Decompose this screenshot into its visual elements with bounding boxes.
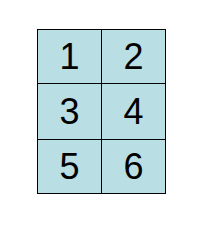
grid-cell-r3c1[interactable]: 5 [38, 140, 102, 194]
grid-cell-r3c2[interactable]: 6 [102, 140, 166, 194]
page: 1 2 3 4 5 6 [0, 0, 209, 236]
grid-cell-r2c2[interactable]: 4 [102, 84, 166, 140]
number-grid-board: 1 2 3 4 5 6 [37, 29, 166, 194]
grid-cell-r1c2[interactable]: 2 [102, 30, 166, 84]
grid-cell-r1c1[interactable]: 1 [38, 30, 102, 84]
grid-cell-r2c1[interactable]: 3 [38, 84, 102, 140]
